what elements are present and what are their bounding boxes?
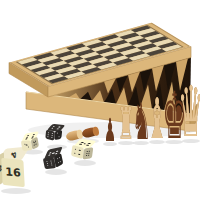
die-face-right — [54, 130, 62, 140]
doubling-cube: 4 32 16 — [0, 147, 38, 195]
die-pip — [26, 138, 28, 139]
die-pip — [36, 144, 37, 145]
cream-die-1 — [20, 132, 40, 152]
die-pip — [79, 150, 81, 152]
die-pip — [89, 150, 90, 151]
die-pip — [57, 158, 58, 160]
die-pip — [48, 135, 49, 136]
die-pip — [51, 160, 53, 161]
die-pip — [47, 161, 49, 162]
die-pip — [75, 149, 77, 151]
die-pip — [75, 153, 77, 155]
die-pip — [86, 152, 87, 153]
die-pip — [51, 164, 53, 165]
die-pip — [51, 162, 53, 163]
die-pip — [79, 144, 82, 145]
die-pip — [59, 157, 60, 159]
die-pip — [58, 162, 59, 164]
die-pip — [47, 162, 49, 163]
die-pip — [48, 155, 51, 156]
die-pip — [52, 136, 53, 137]
doubling-cube-front-face: 16 — [1, 158, 25, 187]
die-pip — [85, 154, 86, 155]
die-pip — [88, 143, 91, 144]
die-pip — [79, 154, 81, 156]
cream-die-2 — [71, 138, 94, 161]
die-face-right — [82, 147, 93, 159]
black-die-2 — [41, 147, 64, 170]
product-photo: 4 32 16 ♟♜♞♝♚♛ — [0, 0, 200, 200]
die-pip — [28, 146, 29, 147]
die-pip — [35, 140, 36, 141]
chess-piece-light-queen: ♛ — [176, 77, 200, 147]
die-pip — [51, 128, 53, 129]
doubling-cube-front-number: 16 — [5, 165, 21, 180]
die-pip — [59, 127, 61, 128]
die-pip — [49, 132, 50, 133]
die-pip — [52, 135, 53, 136]
die-pip — [88, 152, 89, 153]
die-pip — [86, 150, 87, 151]
die-pip — [88, 154, 89, 155]
die-pip — [59, 136, 60, 137]
die-pip — [47, 164, 49, 165]
die-pip — [56, 150, 59, 151]
die-pip — [53, 126, 55, 127]
die-pip — [34, 145, 35, 146]
die-pip — [86, 145, 89, 146]
black-die-1 — [45, 123, 63, 141]
die-pip — [48, 134, 49, 135]
die-pip — [60, 161, 61, 163]
die-pip — [57, 133, 58, 134]
chess-piece-dark-pawn: ♟ — [103, 114, 116, 146]
